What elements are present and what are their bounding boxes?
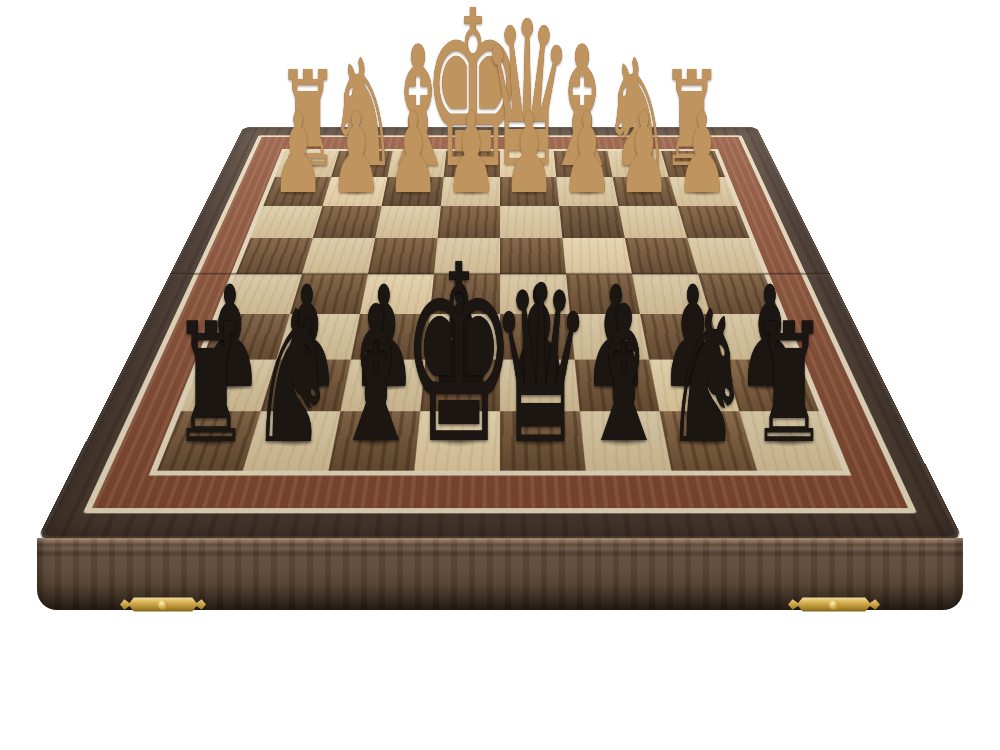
brass-clasp-right [788,597,880,612]
piece-white-pawn-a2[interactable]: ♟ [676,98,728,210]
piece-black-rook-a8[interactable]: ♜ [751,301,828,466]
piece-black-rook-h8[interactable]: ♜ [172,301,249,466]
piece-white-pawn-e2[interactable]: ♟ [445,98,497,210]
piece-white-pawn-f2[interactable]: ♟ [387,98,439,210]
piece-white-pawn-b2[interactable]: ♟ [618,98,670,210]
piece-black-knight-b8[interactable]: ♞ [664,286,749,469]
piece-black-bishop-c8[interactable]: ♝ [580,282,668,470]
piece-white-pawn-g2[interactable]: ♟ [330,98,382,210]
clasp-knob [158,600,168,610]
piece-black-queen-d8[interactable]: ♛ [491,257,593,475]
clasp-knob [829,600,839,610]
file-label-a [759,476,858,508]
piece-white-pawn-d2[interactable]: ♟ [503,98,555,210]
file-label-h [142,476,241,508]
box-side-panel [37,538,963,610]
piece-black-knight-g8[interactable]: ♞ [251,286,336,469]
piece-white-pawn-c2[interactable]: ♟ [560,98,612,210]
chess-set-photo: ♜♞♝♚♛♝♞♜♟♟♟♟♟♟♟♟♟♟♟♟♟♟♟♟♜♞♝♚♛♝♞♜ [0,0,1000,750]
brass-clasp-left [120,597,206,612]
piece-white-pawn-h2[interactable]: ♟ [272,98,324,210]
